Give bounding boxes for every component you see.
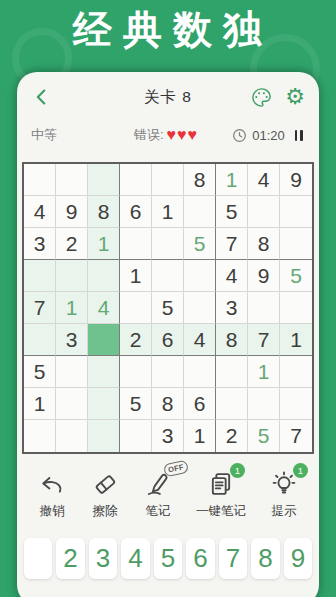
pause-icon — [300, 130, 303, 141]
cell-r7c2[interactable] — [56, 356, 88, 388]
cell-r2c3[interactable]: 8 — [88, 196, 120, 228]
cell-r5c9[interactable] — [280, 292, 312, 324]
cell-digit: 8 — [194, 168, 206, 192]
cell-r3c6[interactable]: 5 — [184, 228, 216, 260]
hint-button[interactable]: 1 提示 — [269, 470, 299, 520]
numpad-key-2[interactable]: 2 — [56, 538, 85, 579]
cell-digit: 7 — [258, 328, 270, 352]
cell-digit: 5 — [258, 424, 270, 448]
cell-digit: 3 — [226, 296, 238, 320]
numpad-key-6[interactable]: 6 — [186, 538, 215, 579]
cell-r8c6[interactable]: 6 — [184, 388, 216, 420]
cell-digit: 1 — [290, 328, 302, 352]
palette-icon — [250, 86, 273, 109]
cell-r2c2[interactable]: 9 — [56, 196, 88, 228]
cell-r8c2[interactable] — [56, 388, 88, 420]
auto-notes-label: 一键笔记 — [196, 503, 246, 520]
pause-icon — [295, 130, 298, 141]
level-title: 关卡 8 — [144, 87, 192, 108]
cell-r4c3[interactable] — [88, 260, 120, 292]
hint-badge: 1 — [293, 463, 308, 478]
cell-r2c6[interactable] — [184, 196, 216, 228]
cell-r6c1[interactable] — [24, 324, 56, 356]
cell-r1c1[interactable] — [24, 164, 56, 196]
erase-label: 擦除 — [93, 503, 118, 520]
auto-notes-badge: 1 — [230, 463, 245, 478]
cell-r3c8[interactable]: 8 — [248, 228, 280, 260]
cell-r9c7[interactable]: 2 — [216, 420, 248, 452]
hearts: ♥♥♥ — [166, 126, 198, 144]
cell-r2c5[interactable]: 1 — [152, 196, 184, 228]
cell-r8c1[interactable]: 1 — [24, 388, 56, 420]
numpad: 23456789 — [17, 538, 319, 579]
cell-digit: 5 — [34, 360, 46, 384]
gear-icon: ⚙ — [285, 84, 305, 109]
settings-button[interactable]: ⚙ — [285, 86, 305, 108]
cell-r3c7[interactable]: 7 — [216, 228, 248, 260]
cell-r6c6[interactable]: 4 — [184, 324, 216, 356]
cell-r6c5[interactable]: 6 — [152, 324, 184, 356]
app-title: 经典数独 — [5, 4, 336, 56]
cell-digit: 8 — [258, 232, 270, 256]
cell-r5c3[interactable]: 4 — [88, 292, 120, 324]
cell-digit: 1 — [258, 360, 270, 384]
cell-r3c5[interactable] — [152, 228, 184, 260]
cell-r9c3[interactable] — [88, 420, 120, 452]
game-card: 关卡 8 ⚙ 中等 错误: ♥♥♥ — [17, 72, 319, 597]
cell-r9c8[interactable]: 5 — [248, 420, 280, 452]
auto-notes-button[interactable]: 1 一键笔记 — [196, 470, 246, 520]
cell-r9c5[interactable]: 3 — [152, 420, 184, 452]
cell-r1c8[interactable]: 4 — [248, 164, 280, 196]
cell-digit: 2 — [226, 424, 238, 448]
cell-r7c5[interactable] — [152, 356, 184, 388]
cell-r4c6[interactable] — [184, 260, 216, 292]
cell-r6c7[interactable]: 8 — [216, 324, 248, 356]
cell-r7c6[interactable] — [184, 356, 216, 388]
cell-digit: 4 — [226, 264, 238, 288]
cell-r5c2[interactable]: 1 — [56, 292, 88, 324]
numpad-key-9[interactable]: 9 — [284, 538, 313, 579]
cell-digit: 1 — [98, 232, 110, 256]
status-row: 中等 错误: ♥♥♥ 01:20 — [17, 122, 319, 148]
cell-r8c9[interactable] — [280, 388, 312, 420]
cell-r2c8[interactable] — [248, 196, 280, 228]
cell-r4c4[interactable]: 1 — [120, 260, 152, 292]
undo-button[interactable]: 撤销 — [37, 470, 67, 520]
cell-digit: 1 — [226, 168, 238, 192]
cell-r3c9[interactable] — [280, 228, 312, 260]
cell-r5c6[interactable] — [184, 292, 216, 324]
cell-r1c3[interactable] — [88, 164, 120, 196]
cell-digit: 5 — [226, 200, 238, 224]
cell-digit: 9 — [258, 264, 270, 288]
cell-digit: 7 — [226, 232, 238, 256]
pause-button[interactable] — [293, 128, 305, 143]
cell-digit: 5 — [130, 392, 142, 416]
cell-r3c1[interactable]: 3 — [24, 228, 56, 260]
numpad-key-5[interactable]: 5 — [154, 538, 183, 579]
cell-r7c7[interactable] — [216, 356, 248, 388]
cell-digit: 6 — [194, 392, 206, 416]
numpad-key-8[interactable]: 8 — [251, 538, 280, 579]
errors-label: 错误: — [134, 126, 164, 144]
cell-r8c4[interactable]: 5 — [120, 388, 152, 420]
cell-r8c7[interactable] — [216, 388, 248, 420]
cell-r1c2[interactable] — [56, 164, 88, 196]
errors-group: 错误: ♥♥♥ — [134, 126, 197, 144]
undo-icon — [38, 470, 66, 498]
cell-r5c5[interactable]: 5 — [152, 292, 184, 324]
notes-off-badge: OFF — [163, 460, 189, 478]
notes-label: 笔记 — [146, 503, 171, 520]
cell-r7c1[interactable]: 5 — [24, 356, 56, 388]
cell-r5c1[interactable]: 7 — [24, 292, 56, 324]
heart-icon: ♥ — [167, 126, 177, 143]
cell-r5c8[interactable] — [248, 292, 280, 324]
cell-r6c3[interactable] — [88, 324, 120, 356]
cell-digit: 9 — [290, 168, 302, 192]
cell-r6c2[interactable]: 3 — [56, 324, 88, 356]
cell-r4c5[interactable] — [152, 260, 184, 292]
cell-r9c6[interactable]: 1 — [184, 420, 216, 452]
cell-digit: 4 — [258, 168, 270, 192]
cell-digit: 3 — [34, 232, 46, 256]
card-header: 关卡 8 ⚙ — [17, 72, 319, 122]
cell-digit: 5 — [290, 264, 302, 288]
cell-r9c4[interactable] — [120, 420, 152, 452]
cell-r4c7[interactable]: 4 — [216, 260, 248, 292]
cell-r7c9[interactable] — [280, 356, 312, 388]
cell-r4c8[interactable]: 9 — [248, 260, 280, 292]
notes-button[interactable]: OFF 笔记 — [143, 470, 173, 520]
undo-label: 撤销 — [40, 503, 65, 520]
time-group: 01:20 — [232, 128, 305, 143]
cell-digit: 2 — [66, 232, 78, 256]
cell-r5c4[interactable] — [120, 292, 152, 324]
cell-r1c5[interactable] — [152, 164, 184, 196]
cell-digit: 5 — [162, 296, 174, 320]
cell-digit: 6 — [130, 200, 142, 224]
cell-digit: 6 — [162, 328, 174, 352]
cell-digit: 4 — [98, 296, 110, 320]
cell-r2c9[interactable] — [280, 196, 312, 228]
difficulty-label: 中等 — [31, 126, 57, 144]
cell-digit: 4 — [34, 200, 46, 224]
cell-digit: 1 — [34, 392, 46, 416]
eraser-icon — [91, 470, 119, 498]
chevron-left-icon — [31, 86, 53, 108]
cell-r7c3[interactable] — [88, 356, 120, 388]
cell-r7c4[interactable] — [120, 356, 152, 388]
cell-r1c6[interactable]: 8 — [184, 164, 216, 196]
heart-icon: ♥ — [188, 126, 198, 143]
cell-r8c3[interactable] — [88, 388, 120, 420]
toolbar: 撤销 擦除 OFF 笔记 — [17, 470, 319, 520]
cell-r6c9[interactable]: 1 — [280, 324, 312, 356]
erase-button[interactable]: 擦除 — [90, 470, 120, 520]
timer-value: 01:20 — [252, 128, 285, 143]
cell-r9c9[interactable]: 7 — [280, 420, 312, 452]
cell-digit: 3 — [66, 328, 78, 352]
cell-digit: 8 — [226, 328, 238, 352]
cell-r4c2[interactable] — [56, 260, 88, 292]
theme-button[interactable] — [250, 86, 273, 109]
cell-digit: 7 — [34, 296, 46, 320]
hint-label: 提示 — [272, 503, 297, 520]
cell-digit: 1 — [194, 424, 206, 448]
cell-r3c4[interactable] — [120, 228, 152, 260]
back-button[interactable] — [31, 85, 55, 109]
cell-digit: 9 — [66, 200, 78, 224]
clock-icon — [232, 128, 247, 143]
cell-r1c4[interactable] — [120, 164, 152, 196]
cell-r8c5[interactable]: 8 — [152, 388, 184, 420]
cell-digit: 1 — [162, 200, 174, 224]
cell-r1c9[interactable]: 9 — [280, 164, 312, 196]
cell-r3c2[interactable]: 2 — [56, 228, 88, 260]
numpad-key-4[interactable]: 4 — [121, 538, 150, 579]
cell-digit: 4 — [194, 328, 206, 352]
cell-r7c8[interactable]: 1 — [248, 356, 280, 388]
cell-r9c2[interactable] — [56, 420, 88, 452]
cell-r2c4[interactable]: 6 — [120, 196, 152, 228]
cell-r4c9[interactable]: 5 — [280, 260, 312, 292]
cell-digit: 2 — [130, 328, 142, 352]
numpad-key-7[interactable]: 7 — [219, 538, 248, 579]
heart-icon: ♥ — [177, 126, 187, 143]
numpad-key-3[interactable]: 3 — [89, 538, 118, 579]
header-icons: ⚙ — [250, 86, 305, 109]
sudoku-grid: 8149498615321578149571453326487151158631… — [22, 162, 314, 454]
cell-digit: 7 — [290, 424, 302, 448]
cell-r5c7[interactable]: 3 — [216, 292, 248, 324]
cell-r4c1[interactable] — [24, 260, 56, 292]
cell-digit: 8 — [162, 392, 174, 416]
cell-r6c4[interactable]: 2 — [120, 324, 152, 356]
cell-digit: 8 — [98, 200, 110, 224]
cell-r9c1[interactable] — [24, 420, 56, 452]
cell-r2c7[interactable]: 5 — [216, 196, 248, 228]
cell-digit: 3 — [162, 424, 174, 448]
cell-r6c8[interactable]: 7 — [248, 324, 280, 356]
cell-digit: 5 — [194, 232, 206, 256]
cell-r2c1[interactable]: 4 — [24, 196, 56, 228]
cell-r1c7[interactable]: 1 — [216, 164, 248, 196]
cell-digit: 1 — [66, 296, 78, 320]
cell-r8c8[interactable] — [248, 388, 280, 420]
cell-digit: 1 — [130, 264, 142, 288]
numpad-key-blank[interactable] — [24, 538, 53, 579]
cell-r3c3[interactable]: 1 — [88, 228, 120, 260]
